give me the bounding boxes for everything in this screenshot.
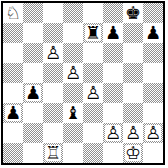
square-b1[interactable] [23,143,43,163]
black-pawn-a3: ♟ [3,103,23,123]
square-c7[interactable] [43,23,63,43]
square-e6[interactable] [83,43,103,63]
square-e1[interactable] [83,143,103,163]
square-f1[interactable] [103,143,123,163]
square-a8[interactable]: ♘ [3,3,23,23]
square-d1[interactable] [63,143,83,163]
square-a5[interactable] [3,63,23,83]
square-c3[interactable] [43,103,63,123]
square-h5[interactable] [143,63,163,83]
chess-board: ♘♚♜♟♟♙♙♟♙♟♝♙♙♙♖♔ [1,1,165,165]
black-bishop-glyph: ♝ [63,103,83,123]
square-e8[interactable] [83,3,103,23]
black-pawn-b4: ♟ [23,83,43,103]
square-g4[interactable] [123,83,143,103]
white-pawn-e4: ♙ [83,83,103,103]
black-pawn-glyph: ♟ [3,103,23,123]
square-d8[interactable] [63,3,83,23]
chess-diagram: ♘♚♜♟♟♙♙♟♙♟♝♙♙♙♖♔ [0,0,168,168]
white-pawn-glyph: ♙ [123,123,143,143]
black-bishop-d3: ♝ [63,103,83,123]
white-pawn-glyph: ♙ [63,63,83,83]
white-pawn-glyph: ♙ [43,43,63,63]
white-king-g1: ♔ [123,143,143,163]
square-h7[interactable]: ♟ [143,23,163,43]
black-pawn-h7: ♟ [143,23,163,43]
square-a1[interactable] [3,143,23,163]
square-f8[interactable] [103,3,123,23]
square-h4[interactable] [143,83,163,103]
square-b4[interactable]: ♟ [23,83,43,103]
white-pawn-glyph: ♙ [103,123,123,143]
square-a2[interactable] [3,123,23,143]
square-f2[interactable]: ♙ [103,123,123,143]
black-pawn-glyph: ♟ [23,83,43,103]
white-pawn-h2: ♙ [143,123,163,143]
square-g7[interactable] [123,23,143,43]
square-h8[interactable] [143,3,163,23]
square-b5[interactable] [23,63,43,83]
black-rook-glyph: ♜ [83,23,103,43]
square-g6[interactable] [123,43,143,63]
square-f5[interactable] [103,63,123,83]
square-a4[interactable] [3,83,23,103]
square-f3[interactable] [103,103,123,123]
square-e4[interactable]: ♙ [83,83,103,103]
square-g3[interactable] [123,103,143,123]
white-king-glyph: ♔ [123,143,143,163]
white-rook-glyph: ♖ [43,143,63,163]
black-pawn-glyph: ♟ [103,23,123,43]
square-g2[interactable]: ♙ [123,123,143,143]
square-h1[interactable] [143,143,163,163]
black-king-g8: ♚ [123,3,143,23]
white-pawn-f2: ♙ [103,123,123,143]
square-h2[interactable]: ♙ [143,123,163,143]
square-c4[interactable] [43,83,63,103]
white-pawn-glyph: ♙ [143,123,163,143]
square-b2[interactable] [23,123,43,143]
white-knight-a8: ♘ [3,3,23,23]
square-c8[interactable] [43,3,63,23]
square-d4[interactable] [63,83,83,103]
square-g1[interactable]: ♔ [123,143,143,163]
square-b8[interactable] [23,3,43,23]
square-h3[interactable] [143,103,163,123]
white-pawn-g2: ♙ [123,123,143,143]
square-d5[interactable]: ♙ [63,63,83,83]
square-c2[interactable] [43,123,63,143]
black-pawn-f7: ♟ [103,23,123,43]
square-d7[interactable] [63,23,83,43]
square-g5[interactable] [123,63,143,83]
square-h6[interactable] [143,43,163,63]
square-c5[interactable] [43,63,63,83]
square-c6[interactable]: ♙ [43,43,63,63]
square-a6[interactable] [3,43,23,63]
square-c1[interactable]: ♖ [43,143,63,163]
square-e2[interactable] [83,123,103,143]
white-pawn-glyph: ♙ [83,83,103,103]
square-e7[interactable]: ♜ [83,23,103,43]
square-b6[interactable] [23,43,43,63]
white-pawn-d5: ♙ [63,63,83,83]
square-d2[interactable] [63,123,83,143]
black-rook-e7: ♜ [83,23,103,43]
white-rook-c1: ♖ [43,143,63,163]
square-a3[interactable]: ♟ [3,103,23,123]
white-pawn-c6: ♙ [43,43,63,63]
square-f4[interactable] [103,83,123,103]
square-d6[interactable] [63,43,83,63]
black-pawn-glyph: ♟ [143,23,163,43]
square-b3[interactable] [23,103,43,123]
square-b7[interactable] [23,23,43,43]
square-f6[interactable] [103,43,123,63]
square-d3[interactable]: ♝ [63,103,83,123]
square-g8[interactable]: ♚ [123,3,143,23]
square-e3[interactable] [83,103,103,123]
square-a7[interactable] [3,23,23,43]
square-f7[interactable]: ♟ [103,23,123,43]
white-knight-glyph: ♘ [3,3,23,23]
square-e5[interactable] [83,63,103,83]
black-king-glyph: ♚ [123,3,143,23]
